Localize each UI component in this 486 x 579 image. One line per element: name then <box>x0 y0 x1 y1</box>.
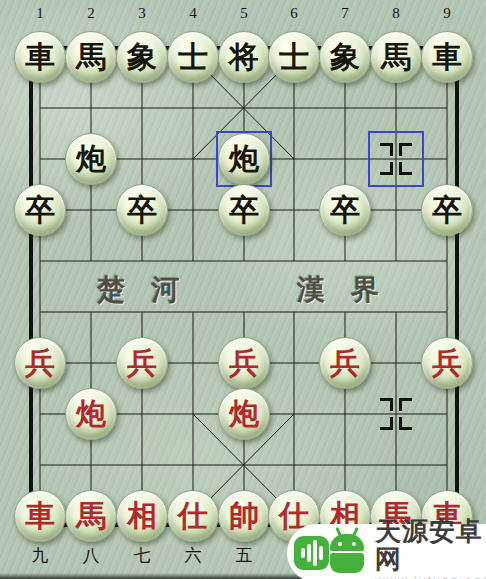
piece-character: 車 <box>432 42 462 72</box>
piece-character: 車 <box>25 501 55 531</box>
top-file-label-2: 2 <box>82 5 100 22</box>
top-file-label-4: 4 <box>184 5 202 22</box>
equalizer-icon <box>294 536 329 570</box>
piece-character: 馬 <box>381 42 411 72</box>
piece-red-soldier[interactable]: 兵 <box>421 337 473 389</box>
river-text-right: 漢界 <box>297 271 405 309</box>
piece-character: 卒 <box>127 195 157 225</box>
bottom-file-label-3: 七 <box>131 544 153 567</box>
piece-red-soldier[interactable]: 兵 <box>319 337 371 389</box>
bottom-file-label-2: 八 <box>80 544 102 567</box>
watermark-text: 天源安卓网 www.jytyaz.com <box>375 518 486 579</box>
piece-black-cannon[interactable]: 炮 <box>218 133 270 185</box>
river-text-left: 楚河 <box>97 271 205 309</box>
piece-black-chariot[interactable]: 車 <box>14 31 66 83</box>
piece-character: 仕 <box>178 501 208 531</box>
top-file-label-8: 8 <box>387 5 405 22</box>
piece-character: 兵 <box>229 348 259 378</box>
top-file-label-7: 7 <box>336 5 354 22</box>
piece-red-soldier[interactable]: 兵 <box>218 337 270 389</box>
piece-character: 卒 <box>330 195 360 225</box>
piece-black-soldier[interactable]: 卒 <box>421 184 473 236</box>
piece-character: 士 <box>178 42 208 72</box>
bottom-file-label-1: 九 <box>29 544 51 567</box>
piece-character: 兵 <box>25 348 55 378</box>
earlier-move-origin-cross-marker <box>379 397 413 431</box>
piece-black-elephant[interactable]: 象 <box>319 31 371 83</box>
piece-red-horse[interactable]: 馬 <box>65 490 117 542</box>
piece-character: 車 <box>25 42 55 72</box>
piece-character: 士 <box>279 42 309 72</box>
bottom-file-label-5: 五 <box>233 544 255 567</box>
piece-black-soldier[interactable]: 卒 <box>319 184 371 236</box>
piece-red-cannon[interactable]: 炮 <box>218 388 270 440</box>
piece-character: 卒 <box>25 195 55 225</box>
piece-character: 炮 <box>76 399 106 429</box>
piece-black-advisor[interactable]: 士 <box>167 31 219 83</box>
top-file-label-5: 5 <box>235 5 253 22</box>
piece-character: 卒 <box>229 195 259 225</box>
piece-black-soldier[interactable]: 卒 <box>116 184 168 236</box>
piece-red-advisor[interactable]: 仕 <box>167 490 219 542</box>
piece-red-chariot[interactable]: 車 <box>14 490 66 542</box>
watermark-site-url: www.jytyaz.com <box>375 573 486 579</box>
top-file-label-9: 9 <box>438 5 456 22</box>
piece-character: 兵 <box>127 348 157 378</box>
watermark-banner: 天源安卓网 www.jytyaz.com <box>287 524 486 579</box>
piece-character: 象 <box>330 42 360 72</box>
piece-red-general[interactable]: 帥 <box>218 490 270 542</box>
piece-character: 兵 <box>330 348 360 378</box>
piece-character: 将 <box>229 42 259 72</box>
piece-black-elephant[interactable]: 象 <box>116 31 168 83</box>
piece-black-advisor[interactable]: 士 <box>268 31 320 83</box>
bottom-file-label-4: 六 <box>182 544 204 567</box>
piece-red-cannon[interactable]: 炮 <box>65 388 117 440</box>
piece-character: 帥 <box>229 501 259 531</box>
piece-character: 馬 <box>76 501 106 531</box>
piece-character: 象 <box>127 42 157 72</box>
piece-red-soldier[interactable]: 兵 <box>116 337 168 389</box>
piece-black-horse[interactable]: 馬 <box>370 31 422 83</box>
piece-character: 兵 <box>432 348 462 378</box>
last-move-origin-cross-marker <box>379 142 413 176</box>
top-file-label-1: 1 <box>31 5 49 22</box>
piece-black-soldier[interactable]: 卒 <box>218 184 270 236</box>
piece-black-horse[interactable]: 馬 <box>65 31 117 83</box>
piece-black-chariot[interactable]: 車 <box>421 31 473 83</box>
xiangqi-board-screen: 123456789九八七六五 楚河 漢界 車馬象士将士象馬車炮炮卒卒卒卒卒兵兵兵… <box>0 0 486 579</box>
piece-red-elephant[interactable]: 相 <box>116 490 168 542</box>
piece-black-general[interactable]: 将 <box>218 31 270 83</box>
watermark-site-name: 天源安卓网 <box>375 518 486 573</box>
piece-character: 炮 <box>76 144 106 174</box>
piece-character: 馬 <box>76 42 106 72</box>
piece-character: 炮 <box>229 144 259 174</box>
piece-black-cannon[interactable]: 炮 <box>65 133 117 185</box>
piece-character: 卒 <box>432 195 462 225</box>
piece-character: 炮 <box>229 399 259 429</box>
watermark-logo <box>294 529 370 577</box>
top-file-label-3: 3 <box>133 5 151 22</box>
android-robot-icon <box>325 529 369 577</box>
top-file-label-6: 6 <box>285 5 303 22</box>
piece-red-soldier[interactable]: 兵 <box>14 337 66 389</box>
piece-character: 相 <box>127 501 157 531</box>
piece-black-soldier[interactable]: 卒 <box>14 184 66 236</box>
